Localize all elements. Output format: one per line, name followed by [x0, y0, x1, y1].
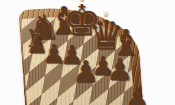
- piece-finial: [80, 0, 84, 2]
- piece-finial: [104, 12, 108, 17]
- chess-set-photo: ♜♞♝♚♛♝♟♟♟♟♟♟♟: [0, 0, 175, 105]
- chess-piece-pawn: ♟: [124, 84, 149, 105]
- pieces-layer: ♜♞♝♚♛♝♟♟♟♟♟♟♟: [0, 0, 175, 105]
